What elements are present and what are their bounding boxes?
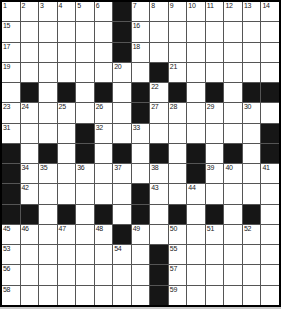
clue-number-24: 24: [22, 103, 29, 111]
cell-r3c10[interactable]: [169, 43, 187, 62]
cell-r15c4[interactable]: [58, 286, 76, 305]
cell-r6c1[interactable]: 23: [2, 103, 20, 122]
clue-number-34: 34: [22, 164, 29, 172]
block-r10c1: [2, 184, 20, 203]
cell-r9c12[interactable]: 39: [206, 164, 224, 183]
cell-r2c13[interactable]: [224, 22, 242, 41]
cell-r14c3[interactable]: [39, 265, 57, 284]
cell-r14c12[interactable]: [206, 265, 224, 284]
block-r8c11: [187, 144, 205, 163]
cell-r2c15[interactable]: [261, 22, 279, 41]
cell-r9c5[interactable]: 36: [76, 164, 94, 183]
clue-number-51: 51: [207, 225, 214, 233]
cell-r11c7[interactable]: [113, 205, 131, 224]
cell-r12c5[interactable]: [76, 225, 94, 244]
cell-r2c2[interactable]: [21, 22, 39, 41]
clue-number-59: 59: [170, 286, 177, 294]
cell-r7c3[interactable]: [39, 124, 57, 143]
cell-r5c7[interactable]: [113, 83, 131, 102]
cell-r4c5[interactable]: [76, 63, 94, 82]
clue-number-41: 41: [262, 164, 269, 172]
block-r8c5: [76, 144, 94, 163]
clue-number-8: 8: [151, 2, 155, 10]
cell-r4c3[interactable]: [39, 63, 57, 82]
cell-r9c9[interactable]: 38: [150, 164, 168, 183]
clue-number-53: 53: [3, 245, 10, 253]
cell-r13c7[interactable]: 54: [113, 245, 131, 264]
cell-r3c14[interactable]: [243, 43, 261, 62]
clue-number-37: 37: [114, 164, 121, 172]
block-r7c15: [261, 124, 279, 143]
cell-r9c15[interactable]: 41: [261, 164, 279, 183]
cell-r15c15[interactable]: [261, 286, 279, 305]
cell-r7c14[interactable]: [243, 124, 261, 143]
block-r5c14: [243, 83, 261, 102]
cell-r2c9[interactable]: [150, 22, 168, 41]
cell-r10c15[interactable]: [261, 184, 279, 203]
cell-r11c13[interactable]: [224, 205, 242, 224]
cell-r13c3[interactable]: [39, 245, 57, 264]
cell-r7c13[interactable]: [224, 124, 242, 143]
cell-r7c2[interactable]: [21, 124, 39, 143]
block-r3c7: [113, 43, 131, 62]
cell-r10c7[interactable]: [113, 184, 131, 203]
clue-number-20: 20: [114, 63, 121, 71]
cell-r15c11[interactable]: [187, 286, 205, 305]
cell-r12c14[interactable]: 52: [243, 225, 261, 244]
cell-r13c1[interactable]: 53: [2, 245, 20, 264]
cell-r4c10[interactable]: 21: [169, 63, 187, 82]
cell-r6c15[interactable]: [261, 103, 279, 122]
cell-r9c6[interactable]: [95, 164, 113, 183]
cell-r6c13[interactable]: [224, 103, 242, 122]
cell-r11c5[interactable]: [76, 205, 94, 224]
cell-r15c12[interactable]: [206, 286, 224, 305]
cell-r3c9[interactable]: [150, 43, 168, 62]
cell-r13c4[interactable]: [58, 245, 76, 264]
clue-number-30: 30: [244, 103, 251, 111]
cell-r1c10[interactable]: 9: [169, 2, 187, 21]
block-r5c2: [21, 83, 39, 102]
cell-r4c15[interactable]: [261, 63, 279, 82]
cell-r7c4[interactable]: [58, 124, 76, 143]
cell-r13c11[interactable]: [187, 245, 205, 264]
block-r5c12: [206, 83, 224, 102]
cell-r2c14[interactable]: [243, 22, 261, 41]
cell-r3c8[interactable]: 18: [132, 43, 150, 62]
cell-r8c2[interactable]: [21, 144, 39, 163]
cell-r7c8[interactable]: 33: [132, 124, 150, 143]
cell-r1c11[interactable]: 10: [187, 2, 205, 21]
clue-number-22: 22: [151, 83, 158, 91]
cell-r14c6[interactable]: [95, 265, 113, 284]
block-r8c7: [113, 144, 131, 163]
clue-number-54: 54: [114, 245, 121, 253]
clue-number-38: 38: [151, 164, 158, 172]
cell-r12c2[interactable]: 46: [21, 225, 39, 244]
cell-r1c13[interactable]: 12: [224, 2, 242, 21]
clue-number-10: 10: [188, 2, 195, 10]
clue-number-39: 39: [207, 164, 214, 172]
cell-r6c5[interactable]: [76, 103, 94, 122]
cell-r15c8[interactable]: [132, 286, 150, 305]
block-r10c8: [132, 184, 150, 203]
cell-r13c2[interactable]: [21, 245, 39, 264]
cell-r3c15[interactable]: [261, 43, 279, 62]
cell-r1c1[interactable]: 1: [2, 2, 20, 21]
cell-r12c8[interactable]: 49: [132, 225, 150, 244]
cell-r8c6[interactable]: [95, 144, 113, 163]
cell-r12c15[interactable]: [261, 225, 279, 244]
cell-r12c11[interactable]: [187, 225, 205, 244]
clue-number-43: 43: [151, 184, 158, 192]
block-r2c7: [113, 22, 131, 41]
cell-r14c14[interactable]: [243, 265, 261, 284]
clue-number-25: 25: [59, 103, 66, 111]
cell-r12c10[interactable]: 50: [169, 225, 187, 244]
cell-r7c6[interactable]: 32: [95, 124, 113, 143]
cell-r10c11[interactable]: 44: [187, 184, 205, 203]
block-r11c12: [206, 205, 224, 224]
clue-number-21: 21: [170, 63, 177, 71]
cell-r9c10[interactable]: [169, 164, 187, 183]
cell-r14c2[interactable]: [21, 265, 39, 284]
cell-r2c8[interactable]: 16: [132, 22, 150, 41]
cell-r3c4[interactable]: [58, 43, 76, 62]
cell-r4c4[interactable]: [58, 63, 76, 82]
clue-number-46: 46: [22, 225, 29, 233]
clue-number-29: 29: [207, 103, 214, 111]
clue-number-58: 58: [3, 286, 10, 294]
clue-number-7: 7: [133, 2, 137, 10]
cell-r8c4[interactable]: [58, 144, 76, 163]
cell-r6c9[interactable]: 27: [150, 103, 168, 122]
cell-r1c12[interactable]: 11: [206, 2, 224, 21]
cell-r11c9[interactable]: [150, 205, 168, 224]
cell-r1c6[interactable]: 6: [95, 2, 113, 21]
cell-r4c7[interactable]: 20: [113, 63, 131, 82]
cell-r10c6[interactable]: [95, 184, 113, 203]
cell-r11c3[interactable]: [39, 205, 57, 224]
clue-number-36: 36: [77, 164, 84, 172]
cell-r10c4[interactable]: [58, 184, 76, 203]
clue-number-15: 15: [3, 22, 10, 30]
cell-r9c7[interactable]: 37: [113, 164, 131, 183]
cell-r6c14[interactable]: 30: [243, 103, 261, 122]
block-r8c3: [39, 144, 57, 163]
cell-r5c9[interactable]: 22: [150, 83, 168, 102]
cell-r14c8[interactable]: [132, 265, 150, 284]
block-r11c4: [58, 205, 76, 224]
clue-number-17: 17: [3, 43, 10, 51]
cell-r3c12[interactable]: [206, 43, 224, 62]
clue-number-48: 48: [96, 225, 103, 233]
cell-r13c12[interactable]: [206, 245, 224, 264]
block-r5c15: [261, 83, 279, 102]
clue-number-3: 3: [40, 2, 44, 10]
cell-r13c13[interactable]: [224, 245, 242, 264]
cell-r9c2[interactable]: 34: [21, 164, 39, 183]
clue-number-31: 31: [3, 124, 10, 132]
cell-r5c11[interactable]: [187, 83, 205, 102]
cell-r9c3[interactable]: 35: [39, 164, 57, 183]
cell-r4c6[interactable]: [95, 63, 113, 82]
block-r14c9: [150, 265, 168, 284]
clue-number-14: 14: [262, 2, 269, 10]
cell-r12c1[interactable]: 45: [2, 225, 20, 244]
block-r11c6: [95, 205, 113, 224]
cell-r15c5[interactable]: [76, 286, 94, 305]
cell-r4c14[interactable]: [243, 63, 261, 82]
cell-r10c13[interactable]: [224, 184, 242, 203]
clue-number-44: 44: [188, 184, 195, 192]
clue-number-26: 26: [96, 103, 103, 111]
clue-number-49: 49: [133, 225, 140, 233]
cell-r10c2[interactable]: 42: [21, 184, 39, 203]
cell-r15c1[interactable]: 58: [2, 286, 20, 305]
cell-r7c1[interactable]: 31: [2, 124, 20, 143]
cell-r1c4[interactable]: 4: [58, 2, 76, 21]
cell-r12c12[interactable]: 51: [206, 225, 224, 244]
cell-r13c15[interactable]: [261, 245, 279, 264]
cell-r13c8[interactable]: [132, 245, 150, 264]
cell-r14c1[interactable]: 56: [2, 265, 20, 284]
cell-r15c3[interactable]: [39, 286, 57, 305]
cell-r9c13[interactable]: 40: [224, 164, 242, 183]
cell-r6c12[interactable]: 29: [206, 103, 224, 122]
cell-r6c4[interactable]: 25: [58, 103, 76, 122]
block-r9c11: [187, 164, 205, 183]
cell-r12c13[interactable]: [224, 225, 242, 244]
cell-r7c12[interactable]: [206, 124, 224, 143]
cell-r3c5[interactable]: [76, 43, 94, 62]
cell-r6c11[interactable]: [187, 103, 205, 122]
block-r12c7: [113, 225, 131, 244]
cell-r14c13[interactable]: [224, 265, 242, 284]
clue-number-12: 12: [225, 2, 232, 10]
cell-r7c11[interactable]: [187, 124, 205, 143]
cell-r5c13[interactable]: [224, 83, 242, 102]
clue-number-5: 5: [77, 2, 81, 10]
cell-r10c10[interactable]: [169, 184, 187, 203]
cell-r8c14[interactable]: [243, 144, 261, 163]
clue-number-2: 2: [22, 2, 26, 10]
cell-r3c6[interactable]: [95, 43, 113, 62]
cell-r13c5[interactable]: [76, 245, 94, 264]
cell-r12c3[interactable]: [39, 225, 57, 244]
block-r13c9: [150, 245, 168, 264]
cell-r11c11[interactable]: [187, 205, 205, 224]
cell-r3c1[interactable]: 17: [2, 43, 20, 62]
cell-r1c9[interactable]: 8: [150, 2, 168, 21]
cell-r5c3[interactable]: [39, 83, 57, 102]
cell-r1c3[interactable]: 3: [39, 2, 57, 21]
cell-r1c14[interactable]: 13: [243, 2, 261, 21]
cell-r10c14[interactable]: [243, 184, 261, 203]
clue-number-33: 33: [133, 124, 140, 132]
cell-r9c4[interactable]: [58, 164, 76, 183]
clue-number-23: 23: [3, 103, 10, 111]
block-r5c10: [169, 83, 187, 102]
cell-r12c4[interactable]: 47: [58, 225, 76, 244]
cell-r7c9[interactable]: [150, 124, 168, 143]
cell-r8c12[interactable]: [206, 144, 224, 163]
block-r4c9: [150, 63, 168, 82]
cell-r10c9[interactable]: 43: [150, 184, 168, 203]
cell-r5c5[interactable]: [76, 83, 94, 102]
clue-number-35: 35: [40, 164, 47, 172]
cell-r2c4[interactable]: [58, 22, 76, 41]
cell-r1c2[interactable]: 2: [21, 2, 39, 21]
cell-r6c6[interactable]: 26: [95, 103, 113, 122]
block-r8c1: [2, 144, 20, 163]
cell-r1c15[interactable]: 14: [261, 2, 279, 21]
block-r5c4: [58, 83, 76, 102]
cell-r4c1[interactable]: 19: [2, 63, 20, 82]
cell-r6c10[interactable]: 28: [169, 103, 187, 122]
cell-r7c7[interactable]: [113, 124, 131, 143]
block-r11c10: [169, 205, 187, 224]
cell-r2c3[interactable]: [39, 22, 57, 41]
clue-number-32: 32: [96, 124, 103, 132]
cell-r4c8[interactable]: [132, 63, 150, 82]
cell-r1c8[interactable]: 7: [132, 2, 150, 21]
clue-number-1: 1: [3, 2, 7, 10]
cell-r4c2[interactable]: [21, 63, 39, 82]
block-r6c8: [132, 103, 150, 122]
clue-number-50: 50: [170, 225, 177, 233]
cell-r6c3[interactable]: [39, 103, 57, 122]
clue-number-11: 11: [207, 2, 214, 10]
cell-r12c6[interactable]: 48: [95, 225, 113, 244]
cell-r2c12[interactable]: [206, 22, 224, 41]
clue-number-19: 19: [3, 63, 10, 71]
cell-r14c10[interactable]: 57: [169, 265, 187, 284]
cell-r3c2[interactable]: [21, 43, 39, 62]
block-r5c8: [132, 83, 150, 102]
cell-r14c15[interactable]: [261, 265, 279, 284]
cell-r2c5[interactable]: [76, 22, 94, 41]
clue-number-56: 56: [3, 265, 10, 273]
clue-number-27: 27: [151, 103, 158, 111]
block-r11c14: [243, 205, 261, 224]
clue-number-57: 57: [170, 265, 177, 273]
cell-r2c11[interactable]: [187, 22, 205, 41]
block-r11c1: [2, 205, 20, 224]
cell-r15c7[interactable]: [113, 286, 131, 305]
cell-r4c13[interactable]: [224, 63, 242, 82]
block-r5c6: [95, 83, 113, 102]
clue-number-9: 9: [170, 2, 174, 10]
cell-r3c11[interactable]: [187, 43, 205, 62]
clue-number-16: 16: [133, 22, 140, 30]
clue-number-18: 18: [133, 43, 140, 51]
cell-r10c3[interactable]: [39, 184, 57, 203]
cell-r3c3[interactable]: [39, 43, 57, 62]
clue-number-47: 47: [59, 225, 66, 233]
cell-r11c15[interactable]: [261, 205, 279, 224]
clue-number-28: 28: [170, 103, 177, 111]
cell-r13c6[interactable]: [95, 245, 113, 264]
cell-r14c7[interactable]: [113, 265, 131, 284]
cell-r14c4[interactable]: [58, 265, 76, 284]
cell-r1c5[interactable]: 5: [76, 2, 94, 21]
cell-r4c11[interactable]: [187, 63, 205, 82]
cell-r8c8[interactable]: [132, 144, 150, 163]
cell-r6c7[interactable]: [113, 103, 131, 122]
crossword-grid: 1234567891011121314151617181920212223242…: [0, 0, 281, 307]
cell-r14c11[interactable]: [187, 265, 205, 284]
cell-r15c14[interactable]: [243, 286, 261, 305]
block-r8c13: [224, 144, 242, 163]
cell-r15c13[interactable]: [224, 286, 242, 305]
cell-r9c8[interactable]: [132, 164, 150, 183]
block-r11c8: [132, 205, 150, 224]
cell-r7c10[interactable]: [169, 124, 187, 143]
block-r7c5: [76, 124, 94, 143]
block-r8c15: [261, 144, 279, 163]
cell-r2c10[interactable]: [169, 22, 187, 41]
cell-r6c2[interactable]: 24: [21, 103, 39, 122]
block-r1c7: [113, 2, 131, 21]
cell-r8c10[interactable]: [169, 144, 187, 163]
clue-number-40: 40: [225, 164, 232, 172]
cell-r15c2[interactable]: [21, 286, 39, 305]
clue-number-52: 52: [244, 225, 251, 233]
clue-number-6: 6: [96, 2, 100, 10]
clue-number-13: 13: [244, 2, 251, 10]
clue-number-45: 45: [3, 225, 10, 233]
cell-r12c9[interactable]: [150, 225, 168, 244]
block-r15c9: [150, 286, 168, 305]
cell-r15c10[interactable]: 59: [169, 286, 187, 305]
cell-r9c14[interactable]: [243, 164, 261, 183]
cell-r13c10[interactable]: 55: [169, 245, 187, 264]
cell-r2c6[interactable]: [95, 22, 113, 41]
cell-r5c1[interactable]: [2, 83, 20, 102]
block-r11c2: [21, 205, 39, 224]
cell-r10c12[interactable]: [206, 184, 224, 203]
cell-r14c5[interactable]: [76, 265, 94, 284]
cell-r4c12[interactable]: [206, 63, 224, 82]
cell-r13c14[interactable]: [243, 245, 261, 264]
cell-r10c5[interactable]: [76, 184, 94, 203]
clue-number-55: 55: [170, 245, 177, 253]
block-r8c9: [150, 144, 168, 163]
clue-number-4: 4: [59, 2, 63, 10]
cell-r3c13[interactable]: [224, 43, 242, 62]
cell-r15c6[interactable]: [95, 286, 113, 305]
block-r9c1: [2, 164, 20, 183]
cell-r2c1[interactable]: 15: [2, 22, 20, 41]
clue-number-42: 42: [22, 184, 29, 192]
